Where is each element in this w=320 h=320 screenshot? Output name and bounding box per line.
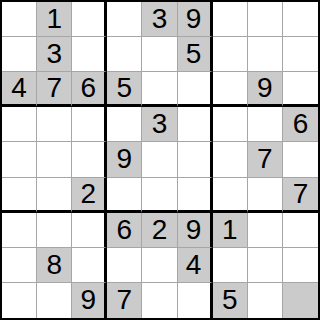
cell-r9c5[interactable]: [142, 283, 177, 318]
sudoku-board: 1393547659369727629184975: [0, 0, 320, 320]
cell-r7c3[interactable]: [72, 213, 107, 248]
cell-r8c2: 8: [37, 248, 72, 283]
cell-r4c8[interactable]: [248, 107, 283, 142]
cell-r6c1[interactable]: [2, 178, 37, 213]
cell-r4c3[interactable]: [72, 107, 107, 142]
cell-r2c2: 3: [37, 37, 72, 72]
cell-r9c2[interactable]: [37, 283, 72, 318]
cell-r4c6[interactable]: [178, 107, 213, 142]
cell-r7c4: 6: [107, 213, 142, 248]
cell-r9c7: 5: [213, 283, 248, 318]
cell-r1c7[interactable]: [213, 2, 248, 37]
cell-r1c9[interactable]: [283, 2, 318, 37]
cell-r2c8[interactable]: [248, 37, 283, 72]
cell-r3c2: 7: [37, 72, 72, 107]
cell-r8c9[interactable]: [283, 248, 318, 283]
cell-r2c5[interactable]: [142, 37, 177, 72]
cell-r5c1[interactable]: [2, 142, 37, 177]
cell-r6c5[interactable]: [142, 178, 177, 213]
cell-r9c3: 9: [72, 283, 107, 318]
cell-r8c1[interactable]: [2, 248, 37, 283]
cell-r4c2[interactable]: [37, 107, 72, 142]
cell-r3c4: 5: [107, 72, 142, 107]
cell-r7c6: 9: [178, 213, 213, 248]
cell-r2c3[interactable]: [72, 37, 107, 72]
cell-r1c6: 9: [178, 2, 213, 37]
cell-r9c9: [283, 283, 318, 318]
cell-r1c2: 1: [37, 2, 72, 37]
cell-r8c4[interactable]: [107, 248, 142, 283]
cell-r5c6[interactable]: [178, 142, 213, 177]
cell-r1c3[interactable]: [72, 2, 107, 37]
cell-r6c9: 7: [283, 178, 318, 213]
cell-r3c9[interactable]: [283, 72, 318, 107]
cell-r5c7[interactable]: [213, 142, 248, 177]
cell-r7c2[interactable]: [37, 213, 72, 248]
cell-r3c1: 4: [2, 72, 37, 107]
cell-r6c6[interactable]: [178, 178, 213, 213]
cell-r2c7[interactable]: [213, 37, 248, 72]
cell-r7c5: 2: [142, 213, 177, 248]
cell-r9c4: 7: [107, 283, 142, 318]
cell-r8c8[interactable]: [248, 248, 283, 283]
cell-r5c8: 7: [248, 142, 283, 177]
cell-r3c6[interactable]: [178, 72, 213, 107]
cell-r8c7[interactable]: [213, 248, 248, 283]
cell-r4c9: 6: [283, 107, 318, 142]
cell-r3c3: 6: [72, 72, 107, 107]
cell-r2c9[interactable]: [283, 37, 318, 72]
cell-r6c8[interactable]: [248, 178, 283, 213]
cell-r6c4[interactable]: [107, 178, 142, 213]
cell-r7c8[interactable]: [248, 213, 283, 248]
cell-r3c5[interactable]: [142, 72, 177, 107]
cell-r5c3[interactable]: [72, 142, 107, 177]
cell-r3c7[interactable]: [213, 72, 248, 107]
cell-r7c1[interactable]: [2, 213, 37, 248]
cell-r1c8[interactable]: [248, 2, 283, 37]
cell-r8c5[interactable]: [142, 248, 177, 283]
cell-r9c1[interactable]: [2, 283, 37, 318]
cell-r3c8: 9: [248, 72, 283, 107]
cell-r8c3[interactable]: [72, 248, 107, 283]
cell-r9c8[interactable]: [248, 283, 283, 318]
cell-r6c7[interactable]: [213, 178, 248, 213]
cell-r7c7: 1: [213, 213, 248, 248]
cell-r2c6: 5: [178, 37, 213, 72]
cell-r6c3: 2: [72, 178, 107, 213]
cell-r5c4: 9: [107, 142, 142, 177]
cell-r1c4[interactable]: [107, 2, 142, 37]
cell-r4c5: 3: [142, 107, 177, 142]
cell-r7c9[interactable]: [283, 213, 318, 248]
cell-r6c2[interactable]: [37, 178, 72, 213]
cell-r5c5[interactable]: [142, 142, 177, 177]
cell-r5c2[interactable]: [37, 142, 72, 177]
cell-r2c4[interactable]: [107, 37, 142, 72]
cell-r4c7[interactable]: [213, 107, 248, 142]
cell-r1c1[interactable]: [2, 2, 37, 37]
cell-r4c4[interactable]: [107, 107, 142, 142]
cell-r1c5: 3: [142, 2, 177, 37]
cell-r5c9[interactable]: [283, 142, 318, 177]
cell-r8c6: 4: [178, 248, 213, 283]
cell-r9c6[interactable]: [178, 283, 213, 318]
cell-r4c1[interactable]: [2, 107, 37, 142]
cell-r2c1[interactable]: [2, 37, 37, 72]
